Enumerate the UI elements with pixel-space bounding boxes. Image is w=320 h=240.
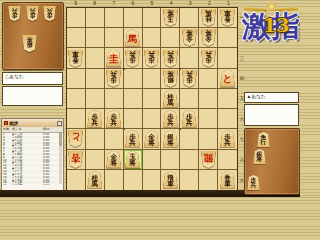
board-cell-5-3[interactable]: 歩兵 [143,48,162,68]
board-cell-4-4[interactable]: 銀将 [161,69,180,89]
piece-kanji: 玉 [167,16,174,22]
board-cell-3-1[interactable] [180,8,199,28]
board-cell-2-6[interactable] [199,109,218,129]
board-cell-2-4[interactable] [199,69,218,89]
board-cell-5-2[interactable] [143,28,162,48]
board-cell-3-7[interactable] [180,129,199,149]
kifu-window-title: 棋譜 [9,121,18,126]
rank-label-4: 四 [239,68,245,88]
piece-kanji: 将 [186,30,193,36]
shogi-piece-gote[interactable]: 金将 [201,29,216,46]
board-cell-8-7[interactable] [86,129,105,149]
piece-kanji: 兵 [47,7,53,13]
board-cell-5-6[interactable] [143,109,162,129]
shogi-piece-promoted-gote[interactable]: と [68,130,83,147]
piece-kanji: 将 [148,140,155,146]
board-cell-9-3[interactable]: 香車 [67,48,86,68]
board-cell-6-3[interactable]: 歩兵 [124,48,143,68]
shogi-piece-sente[interactable]: 歩兵 [87,110,102,127]
kifu-scrollbar-thumb[interactable] [59,132,62,146]
board-cell-5-1[interactable] [143,8,162,28]
board-cell-1-2[interactable] [218,28,237,48]
board-cell-8-8[interactable] [86,150,105,170]
board-cell-3-5[interactable] [180,89,199,109]
board-cell-3-2[interactable]: 金将 [180,28,199,48]
board-cell-7-9[interactable] [105,170,124,190]
board-cell-4-5[interactable]: 桂馬 [161,89,180,109]
kifu-header-time: 時間 [43,127,58,132]
board-cell-9-8[interactable]: 杏 [67,150,86,170]
piece-kanji: 馬 [167,100,174,106]
kifu-cell: ▲７九角 [12,184,43,185]
piece-kanji: 兵 [30,7,36,13]
board-cell-5-4[interactable] [143,69,162,89]
piece-kanji: 馬 [205,10,212,16]
piece-kanji: 将 [167,140,174,146]
piece-kanji: 龍 [203,154,213,164]
piece-kanji: 将 [110,160,117,166]
board-cell-6-8[interactable]: 玉将 [124,150,143,170]
kifu-move-row[interactable]: 19▲７九角0:00 [2,184,63,185]
board-cell-5-7[interactable]: 金将 [143,129,162,149]
board-cell-8-6[interactable]: 歩兵 [86,109,105,129]
piece-kanji: 車 [224,10,231,16]
shogi-piece-promoted-sente[interactable]: と [220,70,235,87]
kifu-window-icon [4,121,8,125]
piece-kanji: 将 [167,10,174,16]
shogi-board[interactable]: 玉将桂馬香車馬金将金将香車圭歩兵歩兵歩兵歩兵歩兵銀将歩兵と桂馬歩兵歩兵歩兵歩兵と… [66,7,238,191]
shogi-piece-sente[interactable]: 金将 [144,130,159,147]
gekisashi-logo: 激 指 13 [242,2,300,49]
file-label-4: 4 [162,0,181,7]
board-cell-6-1[interactable] [124,8,143,28]
board-cell-1-9[interactable]: 香車 [218,170,237,190]
gote-captured-stand: 歩兵歩兵歩兵銀将 [2,2,64,70]
shogi-piece-gote[interactable]: 玉将 [163,9,178,26]
piece-kanji: と [71,133,81,143]
board-cell-1-3[interactable] [218,48,237,68]
board-cell-3-6[interactable]: 歩兵 [180,109,199,129]
board-cell-6-2[interactable]: 馬 [124,28,143,48]
shogi-piece-sente[interactable]: 金将 [106,151,121,168]
kifu-cell: 19 [2,184,12,185]
board-cell-1-8[interactable] [218,150,237,170]
shogi-piece-gote[interactable]: 歩兵 [144,50,159,67]
app-background: { "game": "shogi", "app_name": "Gekisash… [0,0,300,197]
piece-kanji: 兵 [110,71,117,77]
board-cell-5-9[interactable] [143,170,162,190]
piece-kanji: 金 [186,37,193,43]
piece-kanji: と [223,74,233,84]
shogi-piece-gote[interactable]: 歩兵 [163,50,178,67]
piece-kanji: 香 [224,16,231,22]
board-cell-6-9[interactable] [124,170,143,190]
shogi-piece-gote[interactable]: 歩兵 [43,6,56,21]
file-label-5: 5 [142,0,161,7]
board-cell-9-6[interactable] [67,109,86,129]
board-cell-3-9[interactable] [180,170,199,190]
shogi-piece-sente[interactable]: 桂馬 [163,90,178,107]
board-cell-2-2[interactable]: 金将 [199,28,218,48]
shogi-piece-sente[interactable]: 角行 [257,132,270,147]
board-cell-7-2[interactable] [105,28,124,48]
shogi-piece-gote[interactable]: 歩兵 [182,70,197,87]
file-label-2: 2 [200,0,219,7]
shogi-piece-sente[interactable]: 歩兵 [125,130,140,147]
piece-kanji: 兵 [167,120,174,126]
piece-kanji: 将 [129,160,136,166]
board-cell-2-5[interactable] [199,89,218,109]
shogi-piece-gote[interactable]: 銀将 [22,35,37,52]
shogi-piece-gote[interactable]: 香車 [220,9,235,26]
file-label-6: 6 [123,0,142,7]
board-cell-4-2[interactable] [161,28,180,48]
piece-kanji: 兵 [251,183,257,189]
board-star-point [123,68,125,70]
board-cell-7-4[interactable]: 歩兵 [105,69,124,89]
board-cell-1-7[interactable]: 歩兵 [218,129,237,149]
piece-kanji: 金 [205,37,212,43]
sente-status-box [244,104,299,126]
board-cell-8-2[interactable] [86,28,105,48]
shogi-piece-gote[interactable]: 香車 [68,50,83,67]
shogi-piece-sente[interactable]: 香車 [220,171,235,188]
piece-kanji: 兵 [12,7,18,13]
kifu-header-moveno: 手数 [2,127,12,132]
rank-label-3: 三 [239,48,245,68]
gote-player-label: △あなた [2,72,63,85]
board-cell-2-9[interactable] [199,170,218,190]
file-label-7: 7 [104,0,123,7]
board-cell-9-5[interactable] [67,89,86,109]
board-cell-1-4[interactable]: と [218,69,237,89]
shogi-piece-gote[interactable]: 歩兵 [26,6,39,21]
board-cell-5-8[interactable] [143,150,162,170]
shogi-piece-sente[interactable]: 桂馬 [87,171,102,188]
piece-kanji: 車 [167,181,174,187]
board-cell-8-9[interactable]: 桂馬 [86,170,105,190]
board-cell-6-6[interactable] [124,109,143,129]
board-cell-1-6[interactable] [218,109,237,129]
board-cell-9-1[interactable] [67,8,86,28]
shogi-piece-gote[interactable]: 金将 [182,29,197,46]
shogi-piece-gote[interactable]: 歩兵 [201,50,216,67]
piece-kanji: 圭 [109,54,119,64]
piece-kanji: 兵 [129,140,136,146]
piece-kanji: 杏 [71,154,81,164]
piece-kanji: 兵 [186,71,193,77]
board-cell-4-9[interactable]: 飛車 [161,170,180,190]
piece-kanji: 兵 [205,51,212,57]
board-cell-8-5[interactable] [86,89,105,109]
shogi-piece-gote[interactable]: 銀将 [163,70,178,87]
kifu-minimize-button[interactable] [57,121,62,126]
shogi-piece-gote[interactable]: 歩兵 [125,50,140,67]
board-cell-2-3[interactable]: 歩兵 [199,48,218,68]
shogi-piece-sente[interactable]: 銀将 [253,149,266,164]
piece-kanji: 兵 [129,51,136,57]
board-cell-9-9[interactable] [67,170,86,190]
shogi-piece-sente[interactable]: 歩兵 [182,110,197,127]
sente-player-name: ▲あなた [247,94,266,99]
shogi-piece-sente[interactable]: 歩兵 [247,175,260,190]
board-cell-6-5[interactable] [124,89,143,109]
piece-kanji: 車 [73,51,80,57]
board-cell-2-8[interactable]: 龍 [199,150,218,170]
kifu-move-list[interactable]: 1▲７六歩0:002△８四歩0:003▲６八銀0:004△３四歩0:005▲６六… [2,133,63,185]
board-cell-8-3[interactable] [86,48,105,68]
kifu-title-bar[interactable]: 棋譜 [2,119,63,127]
piece-kanji: 馬 [92,181,99,187]
file-label-8: 8 [85,0,104,7]
board-cell-7-1[interactable] [105,8,124,28]
logo-version-number: 13 [263,14,289,36]
board-cell-5-5[interactable] [143,89,162,109]
shogi-piece-gote[interactable]: 歩兵 [8,6,21,21]
shogi-piece-promoted-gote[interactable]: 杏 [68,151,83,168]
sente-captured-stand: 角行銀将歩兵 [244,128,300,195]
board-cell-9-2[interactable] [67,28,86,48]
file-label-9: 9 [66,0,85,7]
piece-kanji: 将 [205,30,212,36]
piece-kanji: 将 [257,157,263,163]
piece-kanji: 兵 [224,140,231,146]
kifu-window: 棋譜 手数 指し手 時間 1▲７六歩0:002△８四歩0:003▲６八銀0:00… [1,118,64,191]
board-cell-4-1[interactable]: 玉将 [161,8,180,28]
shogi-piece-promoted-gote[interactable]: 龍 [201,151,216,168]
board-cell-9-4[interactable] [67,69,86,89]
piece-kanji: 車 [224,181,231,187]
shogi-piece-sente[interactable]: 歩兵 [106,110,121,127]
shogi-piece-gote[interactable]: 歩兵 [106,70,121,87]
board-cell-7-6[interactable]: 歩兵 [105,109,124,129]
board-cell-3-8[interactable] [180,150,199,170]
board-cell-2-7[interactable] [199,129,218,149]
board-cell-8-1[interactable] [86,8,105,28]
file-label-3: 3 [181,0,200,7]
shogi-piece-promoted-sente[interactable]: 馬 [125,29,140,46]
shogi-piece-sente[interactable]: 飛車 [163,171,178,188]
piece-kanji: 兵 [186,120,193,126]
kifu-cell: 0:00 [43,184,58,185]
board-cell-4-3[interactable]: 歩兵 [161,48,180,68]
board-cell-7-7[interactable] [105,129,124,149]
shogi-piece-sente[interactable]: 玉将 [125,151,140,168]
piece-kanji: 兵 [92,120,99,126]
board-cell-1-5[interactable] [218,89,237,109]
kifu-header-move: 指し手 [12,127,43,132]
piece-kanji: 兵 [110,120,117,126]
board-cell-1-1[interactable]: 香車 [218,8,237,28]
shogi-piece-sente[interactable]: 歩兵 [220,130,235,147]
sente-player-label: ▲あなた [244,92,299,103]
shogi-piece-sente[interactable]: 歩兵 [163,110,178,127]
board-cell-2-1[interactable]: 桂馬 [199,8,218,28]
piece-kanji: 桂 [205,16,212,22]
board-cell-7-8[interactable]: 金将 [105,150,124,170]
board-cell-8-4[interactable] [86,69,105,89]
kifu-scrollbar[interactable] [59,132,62,184]
piece-kanji: 馬 [128,34,138,44]
piece-kanji: 将 [167,71,174,77]
piece-kanji: 兵 [148,51,155,57]
shogi-piece-gote[interactable]: 桂馬 [201,9,216,26]
board-cell-4-8[interactable] [161,150,180,170]
board-cell-6-7[interactable]: 歩兵 [124,129,143,149]
board-cell-7-3[interactable]: 圭 [105,48,124,68]
gote-status-box [2,86,63,106]
piece-kanji: 行 [261,140,267,146]
piece-kanji: 将 [27,36,33,42]
piece-kanji: 兵 [167,51,174,57]
file-coordinate-labels: 987654321 [66,0,238,7]
file-label-1: 1 [219,0,238,7]
board-cell-7-5[interactable] [105,89,124,109]
board-cell-4-6[interactable]: 歩兵 [161,109,180,129]
board-cell-4-7[interactable]: 銀将 [161,129,180,149]
board-cell-3-3[interactable] [180,48,199,68]
shogi-piece-sente[interactable]: 銀将 [163,130,178,147]
gote-player-name: △あなた [5,74,25,79]
board-cell-9-7[interactable]: と [67,129,86,149]
shogi-piece-promoted-sente[interactable]: 圭 [106,50,121,67]
board-cell-3-4[interactable]: 歩兵 [180,69,199,89]
board-cell-6-4[interactable] [124,69,143,89]
